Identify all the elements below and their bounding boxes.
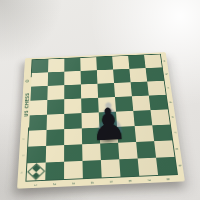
square-b3[interactable] bbox=[64, 71, 81, 85]
square-d3[interactable] bbox=[64, 99, 81, 114]
square-a8[interactable] bbox=[144, 54, 162, 68]
square-h8[interactable] bbox=[156, 157, 177, 175]
square-h6[interactable] bbox=[119, 158, 139, 176]
square-c6[interactable] bbox=[114, 82, 132, 97]
coordinate-label-bottom-3: 3 bbox=[71, 181, 75, 185]
square-h7[interactable] bbox=[138, 158, 158, 176]
square-e7[interactable] bbox=[133, 110, 152, 126]
square-b2[interactable] bbox=[48, 72, 65, 86]
square-a2[interactable] bbox=[48, 59, 64, 73]
square-a4[interactable] bbox=[80, 57, 97, 71]
square-e1[interactable] bbox=[29, 115, 47, 131]
square-g3[interactable] bbox=[64, 144, 82, 161]
square-a3[interactable] bbox=[64, 58, 80, 72]
coordinate-label-right-h: h bbox=[177, 163, 181, 167]
square-e8[interactable] bbox=[151, 109, 170, 125]
square-b5[interactable] bbox=[97, 70, 114, 84]
coordinate-label-bottom-5: 5 bbox=[109, 180, 113, 184]
coordinate-label-bottom-1: 1 bbox=[34, 183, 38, 187]
coordinate-label-right-c: c bbox=[166, 86, 170, 89]
coordinate-label-bottom-4: 4 bbox=[90, 180, 94, 184]
coordinate-label-right-d: d bbox=[168, 100, 172, 103]
square-c4[interactable] bbox=[81, 84, 98, 99]
photo-scene: ⚙ US CHESS ♟ 12345678abcdefghfgh bbox=[0, 0, 200, 200]
square-h4[interactable] bbox=[82, 160, 101, 178]
square-e2[interactable] bbox=[47, 114, 65, 130]
gear-icon: ⚙ bbox=[25, 79, 29, 83]
us-chess-wordmark: US CHESS bbox=[23, 93, 30, 117]
square-c2[interactable] bbox=[47, 85, 64, 100]
square-b6[interactable] bbox=[113, 69, 131, 83]
square-a7[interactable] bbox=[128, 55, 145, 69]
square-f5[interactable]: ♟ bbox=[99, 127, 118, 144]
square-f2[interactable] bbox=[46, 129, 64, 146]
square-a6[interactable] bbox=[112, 56, 129, 70]
board-grid: ♟ bbox=[26, 54, 176, 180]
square-g8[interactable] bbox=[154, 140, 174, 157]
square-f1[interactable] bbox=[28, 130, 46, 147]
coordinate-label-left-g: g bbox=[21, 154, 24, 157]
square-b8[interactable] bbox=[146, 67, 164, 81]
coordinate-label-right-b: b bbox=[164, 72, 168, 75]
coordinate-label-right-g: g bbox=[175, 147, 179, 150]
knight-crest-icon bbox=[26, 163, 45, 181]
board-mat: ⚙ US CHESS ♟ 12345678abcdefghfgh bbox=[17, 52, 185, 188]
board-wrapper: ⚙ US CHESS ♟ 12345678abcdefghfgh bbox=[17, 52, 185, 188]
coordinate-label-left-f: f bbox=[22, 137, 25, 140]
square-c3[interactable] bbox=[64, 84, 81, 99]
square-g1[interactable] bbox=[27, 146, 46, 163]
coordinate-label-bottom-2: 2 bbox=[52, 182, 56, 186]
square-a5[interactable] bbox=[96, 57, 113, 71]
square-f8[interactable] bbox=[152, 125, 172, 142]
square-b7[interactable] bbox=[129, 68, 147, 82]
coordinate-label-left-h: h bbox=[20, 171, 23, 174]
square-d2[interactable] bbox=[47, 99, 64, 114]
coordinate-label-right-f: f bbox=[173, 131, 177, 134]
square-b4[interactable] bbox=[81, 70, 98, 84]
coordinate-label-bottom-8: 8 bbox=[166, 177, 171, 181]
square-c7[interactable] bbox=[131, 82, 149, 97]
coordinate-label-bottom-6: 6 bbox=[128, 179, 132, 183]
square-d1[interactable] bbox=[30, 100, 48, 115]
square-d8[interactable] bbox=[149, 95, 168, 110]
square-d7[interactable] bbox=[132, 96, 151, 111]
square-h5[interactable] bbox=[101, 159, 121, 177]
square-h3[interactable] bbox=[64, 161, 83, 179]
square-c8[interactable] bbox=[147, 81, 166, 96]
square-b1[interactable] bbox=[31, 72, 48, 86]
square-e3[interactable] bbox=[64, 113, 82, 129]
square-h2[interactable] bbox=[45, 162, 64, 180]
black-pawn[interactable]: ♟ bbox=[90, 103, 128, 146]
square-c1[interactable] bbox=[30, 86, 47, 101]
square-c5[interactable] bbox=[97, 83, 115, 98]
coordinate-label-right-e: e bbox=[171, 115, 175, 118]
square-g2[interactable] bbox=[46, 145, 64, 162]
square-f3[interactable] bbox=[64, 128, 82, 145]
coordinate-label-right-a: a bbox=[163, 59, 167, 62]
square-f7[interactable] bbox=[135, 125, 154, 142]
coordinate-label-bottom-7: 7 bbox=[147, 178, 152, 182]
square-g7[interactable] bbox=[136, 141, 156, 158]
square-h1[interactable] bbox=[26, 163, 45, 181]
square-a1[interactable] bbox=[32, 59, 49, 73]
